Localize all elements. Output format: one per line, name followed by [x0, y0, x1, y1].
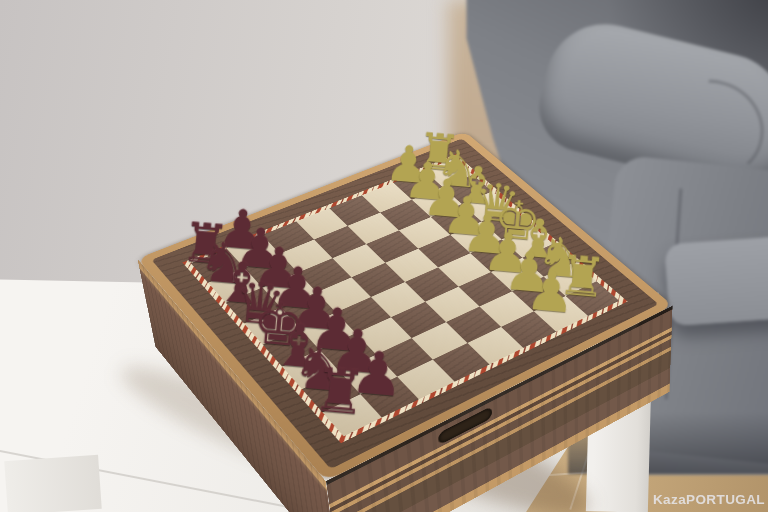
piece-glyph: ♜ [302, 359, 378, 425]
photo-scene: ♜♞♝♛♚♝♞♜♟♟♟♟♟♟♟♟♟♟♟♟♟♟♟♟♜♞♝♛♚♝♞♜ KazaPOR… [0, 0, 768, 512]
chess-box: ♜♞♝♛♚♝♞♜♟♟♟♟♟♟♟♟♟♟♟♟♟♟♟♟♜♞♝♛♚♝♞♜ [199, 76, 611, 488]
seat-cushion-edge [664, 236, 768, 327]
piece-glyph: ♟ [516, 262, 586, 323]
watermark: KazaPORTUGAL [653, 492, 765, 507]
chess-board-3d: ♜♞♝♛♚♝♞♜♟♟♟♟♟♟♟♟♟♟♟♟♟♟♟♟♜♞♝♛♚♝♞♜ [137, 132, 672, 482]
table-leg-left [4, 455, 102, 512]
